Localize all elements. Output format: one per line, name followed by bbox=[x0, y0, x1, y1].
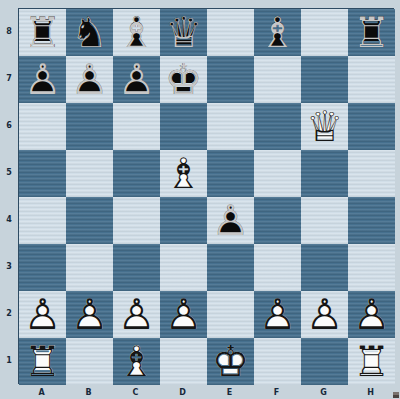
file-label-d: D bbox=[159, 385, 206, 399]
piece-white-bishop[interactable]: ♝♗ bbox=[113, 338, 160, 385]
file-label-h: H bbox=[347, 385, 394, 399]
piece-white-pawn[interactable]: ♟♙ bbox=[66, 291, 113, 338]
square-h2[interactable]: ♟♙ bbox=[348, 291, 395, 338]
piece-black-queen[interactable]: ♛♕ bbox=[160, 9, 207, 56]
square-a1[interactable]: ♜♖ bbox=[19, 338, 66, 385]
square-e6[interactable] bbox=[207, 103, 254, 150]
piece-black-king[interactable]: ♚♔ bbox=[160, 56, 207, 103]
square-f5[interactable] bbox=[254, 150, 301, 197]
square-g1[interactable] bbox=[301, 338, 348, 385]
square-g2[interactable]: ♟♙ bbox=[301, 291, 348, 338]
piece-white-pawn[interactable]: ♟♙ bbox=[160, 291, 207, 338]
square-c7[interactable]: ♟♙ bbox=[113, 56, 160, 103]
square-b5[interactable] bbox=[66, 150, 113, 197]
square-c8[interactable]: ♝♗ bbox=[113, 9, 160, 56]
square-c6[interactable] bbox=[113, 103, 160, 150]
square-g7[interactable] bbox=[301, 56, 348, 103]
piece-white-queen[interactable]: ♛♕ bbox=[301, 103, 348, 150]
rank-label-8: 8 bbox=[0, 8, 18, 55]
piece-white-pawn[interactable]: ♟♙ bbox=[301, 291, 348, 338]
rank-label-2: 2 bbox=[0, 290, 18, 337]
piece-white-pawn[interactable]: ♟♙ bbox=[254, 291, 301, 338]
piece-white-king[interactable]: ♚♔ bbox=[207, 338, 254, 385]
square-f2[interactable]: ♟♙ bbox=[254, 291, 301, 338]
piece-black-rook[interactable]: ♜♖ bbox=[19, 9, 66, 56]
piece-black-bishop[interactable]: ♝♗ bbox=[113, 9, 160, 56]
piece-white-pawn[interactable]: ♟♙ bbox=[113, 291, 160, 338]
square-h5[interactable] bbox=[348, 150, 395, 197]
piece-white-pawn[interactable]: ♟♙ bbox=[348, 291, 395, 338]
rank-label-6: 6 bbox=[0, 102, 18, 149]
square-a8[interactable]: ♜♖ bbox=[19, 9, 66, 56]
piece-black-pawn[interactable]: ♟♙ bbox=[66, 56, 113, 103]
square-d4[interactable] bbox=[160, 197, 207, 244]
square-h8[interactable]: ♜♖ bbox=[348, 9, 395, 56]
square-d7[interactable]: ♚♔ bbox=[160, 56, 207, 103]
resize-grip-icon bbox=[393, 392, 399, 398]
square-c3[interactable] bbox=[113, 244, 160, 291]
square-b6[interactable] bbox=[66, 103, 113, 150]
rank-label-1: 1 bbox=[0, 337, 18, 384]
square-c1[interactable]: ♝♗ bbox=[113, 338, 160, 385]
rank-label-3: 3 bbox=[0, 243, 18, 290]
square-b3[interactable] bbox=[66, 244, 113, 291]
square-h7[interactable] bbox=[348, 56, 395, 103]
square-h1[interactable]: ♜♖ bbox=[348, 338, 395, 385]
square-f3[interactable] bbox=[254, 244, 301, 291]
square-e4[interactable]: ♟♙ bbox=[207, 197, 254, 244]
file-label-b: B bbox=[65, 385, 112, 399]
square-e8[interactable] bbox=[207, 9, 254, 56]
square-f6[interactable] bbox=[254, 103, 301, 150]
piece-black-knight[interactable]: ♞♘ bbox=[66, 9, 113, 56]
square-d2[interactable]: ♟♙ bbox=[160, 291, 207, 338]
square-a3[interactable] bbox=[19, 244, 66, 291]
piece-white-rook[interactable]: ♜♖ bbox=[19, 338, 66, 385]
rank-label-7: 7 bbox=[0, 55, 18, 102]
square-h3[interactable] bbox=[348, 244, 395, 291]
square-g5[interactable] bbox=[301, 150, 348, 197]
square-b1[interactable] bbox=[66, 338, 113, 385]
square-e5[interactable] bbox=[207, 150, 254, 197]
file-label-e: E bbox=[206, 385, 253, 399]
piece-white-rook[interactable]: ♜♖ bbox=[348, 338, 395, 385]
piece-black-rook[interactable]: ♜♖ bbox=[348, 9, 395, 56]
square-g3[interactable] bbox=[301, 244, 348, 291]
square-f7[interactable] bbox=[254, 56, 301, 103]
square-e7[interactable] bbox=[207, 56, 254, 103]
square-f4[interactable] bbox=[254, 197, 301, 244]
file-label-g: G bbox=[300, 385, 347, 399]
file-labels: ABCDEFGH bbox=[18, 385, 394, 399]
square-h4[interactable] bbox=[348, 197, 395, 244]
file-label-a: A bbox=[18, 385, 65, 399]
rank-label-4: 4 bbox=[0, 196, 18, 243]
file-label-c: C bbox=[112, 385, 159, 399]
file-label-f: F bbox=[253, 385, 300, 399]
square-a2[interactable]: ♟♙ bbox=[19, 291, 66, 338]
piece-white-bishop[interactable]: ♝♗ bbox=[160, 150, 207, 197]
square-a6[interactable] bbox=[19, 103, 66, 150]
piece-black-bishop[interactable]: ♝♗ bbox=[254, 9, 301, 56]
chess-board[interactable]: ♜♖♞♘♝♗♛♕♝♗♜♖♟♙♟♙♟♙♚♔♛♕♝♗♟♙♟♙♟♙♟♙♟♙♟♙♟♙♟♙… bbox=[18, 8, 394, 384]
square-g4[interactable] bbox=[301, 197, 348, 244]
square-d5[interactable]: ♝♗ bbox=[160, 150, 207, 197]
square-e1[interactable]: ♚♔ bbox=[207, 338, 254, 385]
square-g8[interactable] bbox=[301, 9, 348, 56]
rank-labels: 87654321 bbox=[0, 8, 18, 384]
square-b4[interactable] bbox=[66, 197, 113, 244]
square-c4[interactable] bbox=[113, 197, 160, 244]
square-b2[interactable]: ♟♙ bbox=[66, 291, 113, 338]
square-g6[interactable]: ♛♕ bbox=[301, 103, 348, 150]
square-h6[interactable] bbox=[348, 103, 395, 150]
piece-white-pawn[interactable]: ♟♙ bbox=[19, 291, 66, 338]
square-f8[interactable]: ♝♗ bbox=[254, 9, 301, 56]
square-d6[interactable] bbox=[160, 103, 207, 150]
square-a5[interactable] bbox=[19, 150, 66, 197]
rank-label-5: 5 bbox=[0, 149, 18, 196]
piece-black-pawn[interactable]: ♟♙ bbox=[113, 56, 160, 103]
square-a7[interactable]: ♟♙ bbox=[19, 56, 66, 103]
square-c2[interactable]: ♟♙ bbox=[113, 291, 160, 338]
square-c5[interactable] bbox=[113, 150, 160, 197]
square-b7[interactable]: ♟♙ bbox=[66, 56, 113, 103]
square-b8[interactable]: ♞♘ bbox=[66, 9, 113, 56]
piece-black-pawn[interactable]: ♟♙ bbox=[19, 56, 66, 103]
square-d1[interactable] bbox=[160, 338, 207, 385]
square-e3[interactable] bbox=[207, 244, 254, 291]
square-d3[interactable] bbox=[160, 244, 207, 291]
square-f1[interactable] bbox=[254, 338, 301, 385]
piece-black-pawn[interactable]: ♟♙ bbox=[207, 197, 254, 244]
square-e2[interactable] bbox=[207, 291, 254, 338]
square-d8[interactable]: ♛♕ bbox=[160, 9, 207, 56]
square-a4[interactable] bbox=[19, 197, 66, 244]
